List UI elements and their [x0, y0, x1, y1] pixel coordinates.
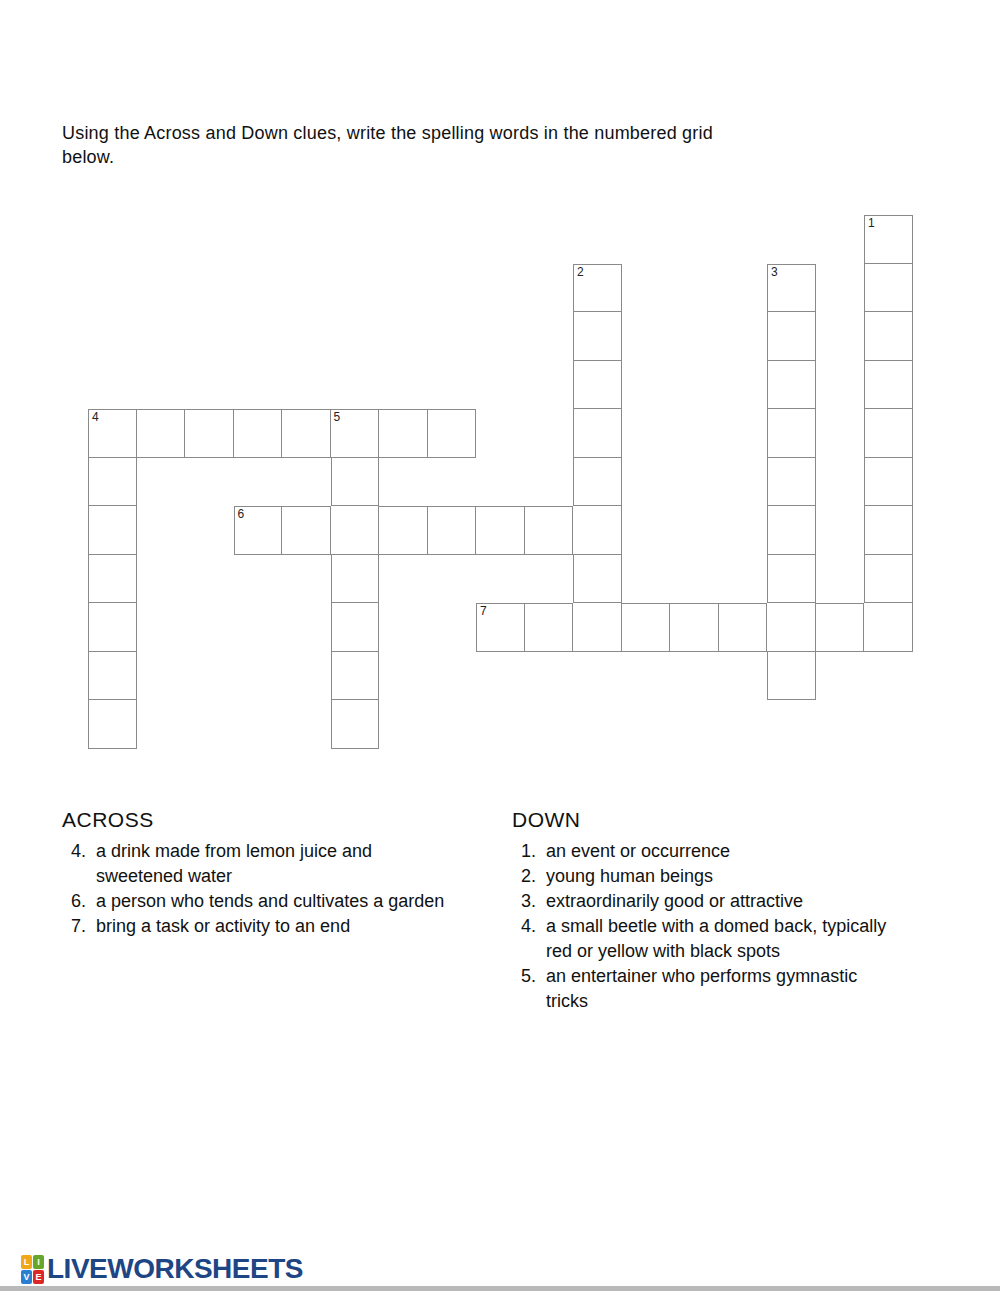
clue-number-label: 3.: [521, 889, 546, 914]
grid-clue-number: 5: [334, 411, 341, 424]
crossword-cell-r8c15[interactable]: [816, 603, 865, 652]
crossword-cell-r6c4[interactable]: [282, 506, 331, 555]
instructions-text: Using the Across and Down clues, write t…: [62, 121, 862, 169]
instructions-line-2: below.: [62, 145, 862, 169]
logo-tile-e: E: [33, 1270, 44, 1284]
clue-across-7: 7. bring a task or activity to an end: [62, 914, 502, 939]
crossword-cell-r8c12[interactable]: [670, 603, 719, 652]
crossword-cell-r6c8[interactable]: [476, 506, 525, 555]
crossword-cell-r2c14[interactable]: [767, 312, 816, 361]
crossword-cell-r9c14[interactable]: [767, 652, 816, 701]
clue-text: an event or occurrence: [546, 839, 972, 864]
crossword-cell-r3c10[interactable]: [573, 361, 622, 410]
crossword-cell-r7c14[interactable]: [767, 555, 816, 604]
clue-text: young human beings: [546, 864, 972, 889]
crossword-cell-r8c10[interactable]: [573, 603, 622, 652]
grid-clue-number: 6: [238, 508, 245, 521]
clue-text: bring a task or activity to an end: [96, 914, 502, 939]
crossword-cell-r8c8[interactable]: 7: [476, 603, 525, 652]
clue-text: a small beetle with a domed back, typica…: [546, 914, 972, 964]
worksheet-page: Using the Across and Down clues, write t…: [0, 0, 1000, 1291]
crossword-cell-r8c16[interactable]: [864, 603, 913, 652]
instructions-line-1: Using the Across and Down clues, write t…: [62, 121, 862, 145]
grid-clue-number: 4: [92, 411, 99, 424]
crossword-cell-r3c16[interactable]: [864, 361, 913, 410]
clue-number-label: 2.: [521, 864, 546, 889]
crossword-cell-r6c3[interactable]: 6: [234, 506, 283, 555]
crossword-cell-r0c16[interactable]: 1: [864, 215, 913, 264]
crossword-cell-r6c5[interactable]: [331, 506, 380, 555]
clue-down-5: 5. an entertainer who performs gymnastic…: [512, 964, 972, 1014]
clue-number-label: 4.: [521, 914, 546, 964]
clue-down-3: 3. extraordinarily good or attractive: [512, 889, 972, 914]
crossword-cell-r7c16[interactable]: [864, 555, 913, 604]
crossword-cell-r5c16[interactable]: [864, 458, 913, 507]
crossword-cell-r4c1[interactable]: [137, 409, 186, 458]
clue-number-label: 1.: [521, 839, 546, 864]
clue-down-1: 1. an event or occurrence: [512, 839, 972, 864]
crossword-cell-r4c14[interactable]: [767, 409, 816, 458]
crossword-cell-r1c14[interactable]: 3: [767, 264, 816, 313]
crossword-cell-r7c10[interactable]: [573, 555, 622, 604]
crossword-cell-r4c4[interactable]: [282, 409, 331, 458]
crossword-cell-r9c5[interactable]: [331, 652, 380, 701]
crossword-cell-r2c16[interactable]: [864, 312, 913, 361]
crossword-cell-r5c0[interactable]: [88, 458, 137, 507]
crossword-cell-r4c3[interactable]: [234, 409, 283, 458]
logo-tile-v: V: [21, 1270, 32, 1284]
clue-text: an entertainer who performs gymnastic tr…: [546, 964, 972, 1014]
crossword-cell-r4c10[interactable]: [573, 409, 622, 458]
liveworksheets-logo[interactable]: LIVE LIVEWORKSHEETS: [21, 1252, 303, 1286]
grid-clue-number: 7: [480, 605, 487, 618]
down-heading: DOWN: [512, 808, 972, 832]
crossword-cell-r3c14[interactable]: [767, 361, 816, 410]
logo-tile-i: I: [33, 1255, 44, 1269]
clue-text: a drink made from lemon juice and sweete…: [96, 839, 502, 889]
grid-clue-number: 2: [577, 266, 584, 279]
crossword-cell-r4c16[interactable]: [864, 409, 913, 458]
clue-down-2: 2. young human beings: [512, 864, 972, 889]
clue-number-label: 7.: [71, 914, 96, 939]
down-clues-section: DOWN 1. an event or occurrence 2. young …: [512, 808, 972, 1014]
crossword-cell-r2c10[interactable]: [573, 312, 622, 361]
clue-across-6: 6. a person who tends and cultivates a g…: [62, 889, 502, 914]
crossword-cell-r7c5[interactable]: [331, 555, 380, 604]
bottom-divider-bar: [0, 1286, 1000, 1291]
clue-text: extraordinarily good or attractive: [546, 889, 972, 914]
clue-number-label: 5.: [521, 964, 546, 1014]
crossword-cell-r8c11[interactable]: [622, 603, 671, 652]
clue-across-4: 4. a drink made from lemon juice and swe…: [62, 839, 502, 889]
liveworksheets-tiles-icon: LIVE: [21, 1255, 44, 1284]
crossword-cell-r6c6[interactable]: [379, 506, 428, 555]
crossword-cell-r4c5[interactable]: 5: [331, 409, 380, 458]
crossword-cell-r6c9[interactable]: [525, 506, 574, 555]
crossword-cell-r6c0[interactable]: [88, 506, 137, 555]
crossword-cell-r5c10[interactable]: [573, 458, 622, 507]
clue-number-label: 6.: [71, 889, 96, 914]
logo-tile-l: L: [21, 1255, 32, 1269]
clue-down-4: 4. a small beetle with a domed back, typ…: [512, 914, 972, 964]
crossword-cell-r6c7[interactable]: [428, 506, 477, 555]
crossword-cell-r6c14[interactable]: [767, 506, 816, 555]
crossword-cell-r9c0[interactable]: [88, 652, 137, 701]
crossword-cell-r8c13[interactable]: [719, 603, 768, 652]
crossword-cell-r8c0[interactable]: [88, 603, 137, 652]
grid-clue-number: 3: [771, 266, 778, 279]
crossword-cell-r10c0[interactable]: [88, 700, 137, 749]
crossword-cell-r6c16[interactable]: [864, 506, 913, 555]
crossword-cell-r1c16[interactable]: [864, 264, 913, 313]
crossword-cell-r4c2[interactable]: [185, 409, 234, 458]
crossword-cell-r8c9[interactable]: [525, 603, 574, 652]
crossword-cell-r5c14[interactable]: [767, 458, 816, 507]
crossword-cell-r8c5[interactable]: [331, 603, 380, 652]
clue-number-label: 4.: [71, 839, 96, 889]
crossword-cell-r7c0[interactable]: [88, 555, 137, 604]
crossword-cell-r4c6[interactable]: [379, 409, 428, 458]
across-clues-section: ACROSS 4. a drink made from lemon juice …: [62, 808, 502, 939]
grid-clue-number: 1: [868, 217, 875, 230]
crossword-cell-r5c5[interactable]: [331, 458, 380, 507]
crossword-cell-r1c10[interactable]: 2: [573, 264, 622, 313]
crossword-cell-r8c14[interactable]: [767, 603, 816, 652]
across-heading: ACROSS: [62, 808, 502, 832]
crossword-cell-r4c7[interactable]: [428, 409, 477, 458]
crossword-cell-r6c10[interactable]: [573, 506, 622, 555]
clue-text: a person who tends and cultivates a gard…: [96, 889, 502, 914]
crossword-cell-r4c0[interactable]: 4: [88, 409, 137, 458]
crossword-cell-r10c5[interactable]: [331, 700, 380, 749]
crossword-grid: 1234567: [88, 215, 913, 749]
liveworksheets-wordmark: LIVEWORKSHEETS: [47, 1253, 303, 1285]
